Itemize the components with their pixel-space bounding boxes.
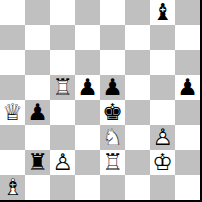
piece-black-pawn[interactable]: ♟	[75, 75, 100, 100]
white-pawn-glyph: ♙	[50, 150, 75, 175]
white-queen-glyph: ♕	[0, 100, 25, 125]
square-d6[interactable]	[75, 50, 100, 75]
square-e5[interactable]: ♟	[100, 75, 125, 100]
square-a2[interactable]	[0, 150, 25, 175]
square-c6[interactable]	[50, 50, 75, 75]
piece-black-pawn[interactable]: ♟	[25, 100, 50, 125]
piece-white-knight[interactable]: ♞♘	[100, 125, 125, 150]
square-c7[interactable]	[50, 25, 75, 50]
square-f8[interactable]	[125, 0, 150, 25]
square-a4[interactable]: ♛♕	[0, 100, 25, 125]
square-g1[interactable]	[150, 175, 175, 200]
piece-white-rook[interactable]: ♜♖	[50, 75, 75, 100]
chess-diagram: ♝♜♖♟♟♟♛♕♟♚♞♘♟♙♜♟♙♜♖♚♔♝♗	[0, 0, 202, 202]
square-b4[interactable]: ♟	[25, 100, 50, 125]
square-f6[interactable]	[125, 50, 150, 75]
square-h2[interactable]	[175, 150, 200, 175]
square-e1[interactable]	[100, 175, 125, 200]
square-e7[interactable]	[100, 25, 125, 50]
square-e6[interactable]	[100, 50, 125, 75]
white-pawn-glyph: ♙	[150, 125, 175, 150]
square-f7[interactable]	[125, 25, 150, 50]
square-b2[interactable]: ♜	[25, 150, 50, 175]
white-rook-glyph: ♖	[50, 75, 75, 100]
square-d3[interactable]	[75, 125, 100, 150]
square-f3[interactable]	[125, 125, 150, 150]
piece-white-bishop[interactable]: ♝♗	[0, 175, 25, 200]
white-knight-glyph: ♘	[100, 125, 125, 150]
square-c8[interactable]	[50, 0, 75, 25]
square-b7[interactable]	[25, 25, 50, 50]
square-h5[interactable]: ♟	[175, 75, 200, 100]
square-g7[interactable]	[150, 25, 175, 50]
square-h6[interactable]	[175, 50, 200, 75]
black-pawn-glyph: ♟	[75, 75, 100, 100]
square-e3[interactable]: ♞♘	[100, 125, 125, 150]
square-g5[interactable]	[150, 75, 175, 100]
piece-white-queen[interactable]: ♛♕	[0, 100, 25, 125]
square-g6[interactable]	[150, 50, 175, 75]
square-b3[interactable]	[25, 125, 50, 150]
square-d4[interactable]	[75, 100, 100, 125]
white-bishop-glyph: ♗	[0, 175, 25, 200]
piece-black-king[interactable]: ♚	[100, 100, 125, 125]
square-h4[interactable]	[175, 100, 200, 125]
square-c3[interactable]	[50, 125, 75, 150]
piece-white-rook[interactable]: ♜♖	[100, 150, 125, 175]
piece-black-rook[interactable]: ♜	[25, 150, 50, 175]
white-rook-glyph: ♖	[100, 150, 125, 175]
black-king-glyph: ♚	[100, 100, 125, 125]
black-bishop-glyph: ♝	[150, 0, 175, 25]
square-a1[interactable]: ♝♗	[0, 175, 25, 200]
square-h8[interactable]	[175, 0, 200, 25]
square-d8[interactable]	[75, 0, 100, 25]
piece-black-pawn[interactable]: ♟	[100, 75, 125, 100]
square-g2[interactable]: ♚♔	[150, 150, 175, 175]
square-d5[interactable]: ♟	[75, 75, 100, 100]
square-b6[interactable]	[25, 50, 50, 75]
black-pawn-glyph: ♟	[25, 100, 50, 125]
square-d7[interactable]	[75, 25, 100, 50]
square-c4[interactable]	[50, 100, 75, 125]
white-king-glyph: ♔	[150, 150, 175, 175]
square-f1[interactable]	[125, 175, 150, 200]
square-e4[interactable]: ♚	[100, 100, 125, 125]
square-f5[interactable]	[125, 75, 150, 100]
square-g4[interactable]	[150, 100, 175, 125]
square-c2[interactable]: ♟♙	[50, 150, 75, 175]
square-a7[interactable]	[0, 25, 25, 50]
chess-board: ♝♜♖♟♟♟♛♕♟♚♞♘♟♙♜♟♙♜♖♚♔♝♗	[0, 0, 202, 202]
square-c1[interactable]	[50, 175, 75, 200]
piece-black-pawn[interactable]: ♟	[175, 75, 200, 100]
piece-white-king[interactable]: ♚♔	[150, 150, 175, 175]
square-c5[interactable]: ♜♖	[50, 75, 75, 100]
square-g8[interactable]: ♝	[150, 0, 175, 25]
square-d2[interactable]	[75, 150, 100, 175]
square-h1[interactable]	[175, 175, 200, 200]
square-f4[interactable]	[125, 100, 150, 125]
square-e2[interactable]: ♜♖	[100, 150, 125, 175]
square-g3[interactable]: ♟♙	[150, 125, 175, 150]
square-e8[interactable]	[100, 0, 125, 25]
piece-black-bishop[interactable]: ♝	[150, 0, 175, 25]
square-b5[interactable]	[25, 75, 50, 100]
square-a6[interactable]	[0, 50, 25, 75]
square-h3[interactable]	[175, 125, 200, 150]
black-pawn-glyph: ♟	[100, 75, 125, 100]
square-a5[interactable]	[0, 75, 25, 100]
piece-white-pawn[interactable]: ♟♙	[50, 150, 75, 175]
square-a3[interactable]	[0, 125, 25, 150]
square-a8[interactable]	[0, 0, 25, 25]
square-h7[interactable]	[175, 25, 200, 50]
square-b8[interactable]	[25, 0, 50, 25]
piece-white-pawn[interactable]: ♟♙	[150, 125, 175, 150]
black-pawn-glyph: ♟	[175, 75, 200, 100]
square-d1[interactable]	[75, 175, 100, 200]
square-f2[interactable]	[125, 150, 150, 175]
black-rook-glyph: ♜	[25, 150, 50, 175]
square-b1[interactable]	[25, 175, 50, 200]
